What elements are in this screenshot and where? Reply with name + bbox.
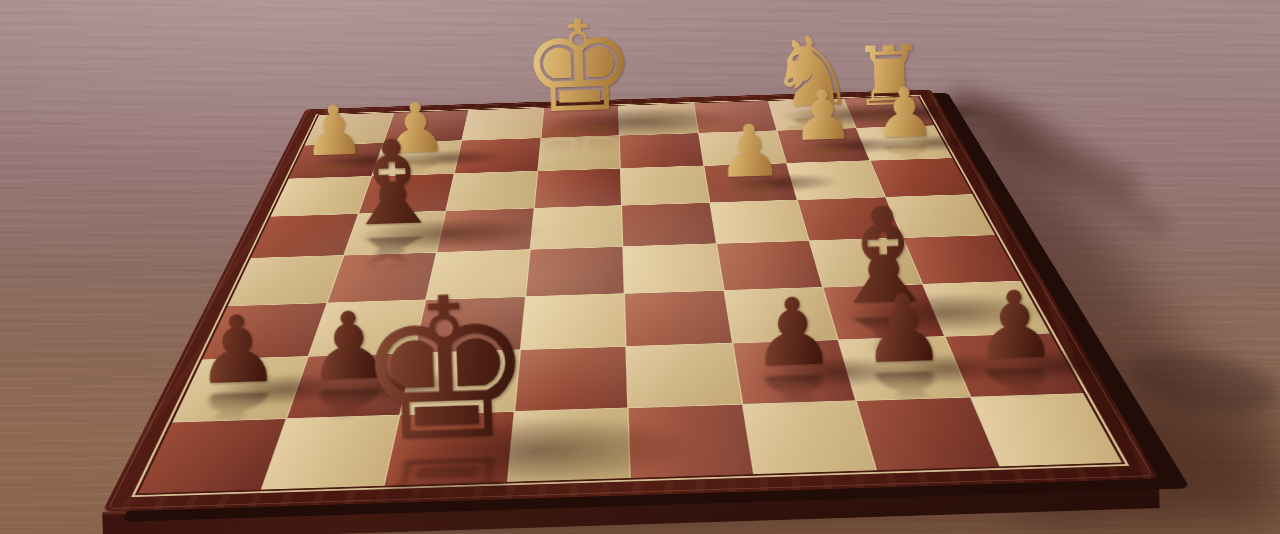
- square-d1[interactable]: [619, 103, 698, 135]
- square-g1[interactable]: [383, 110, 468, 142]
- square-b1[interactable]: [769, 99, 855, 131]
- square-e3[interactable]: [534, 169, 621, 208]
- black-pawn-icon: ♟: [970, 278, 1059, 374]
- square-h3[interactable]: [271, 176, 371, 216]
- scene-rotation-wrapper: ♚♚♞♞♜♜♟♟♟♟♟♟♟♟♟♟♚♚♝♝♝♝♟♟♟♟♟♟♟♟♟♟: [0, 0, 1280, 534]
- square-e2[interactable]: [538, 135, 620, 170]
- square-g2[interactable]: [372, 140, 462, 176]
- square-d5[interactable]: [623, 244, 723, 293]
- square-e4[interactable]: [530, 205, 622, 249]
- square-g4[interactable]: [344, 211, 445, 255]
- square-c4[interactable]: [710, 200, 809, 243]
- square-e5[interactable]: [526, 247, 624, 296]
- square-b2[interactable]: [777, 128, 869, 163]
- square-c3[interactable]: [704, 163, 797, 202]
- square-h2[interactable]: [289, 143, 383, 179]
- square-e1[interactable]: [541, 106, 619, 138]
- chess-board: ♚♚♞♞♜♜♟♟♟♟♟♟♟♟♟♟♚♚♝♝♝♝♟♟♟♟♟♟♟♟♟♟: [102, 90, 1159, 512]
- square-h1[interactable]: [305, 113, 393, 145]
- square-g3[interactable]: [359, 174, 454, 213]
- square-d6[interactable]: [625, 290, 732, 346]
- black-pawn-icon: ♟: [193, 302, 282, 398]
- square-d2[interactable]: [620, 133, 703, 168]
- square-d7[interactable]: [627, 343, 742, 407]
- black-king-icon: ♚: [353, 269, 539, 469]
- square-f2[interactable]: [455, 138, 540, 173]
- black-pawn-icon: ♟: [859, 282, 948, 378]
- perspective-wrapper: ♚♚♞♞♜♜♟♟♟♟♟♟♟♟♟♟♚♚♝♝♝♝♟♟♟♟♟♟♟♟♟♟: [218, 0, 1027, 534]
- square-f3[interactable]: [446, 171, 536, 210]
- square-c8[interactable]: [743, 401, 876, 474]
- square-c2[interactable]: [699, 131, 786, 166]
- square-c1[interactable]: [694, 101, 777, 133]
- square-f4[interactable]: [437, 208, 533, 252]
- square-a1[interactable]: [844, 96, 934, 127]
- chess-scene: ♚♚♞♞♜♜♟♟♟♟♟♟♟♟♟♟♚♚♝♝♝♝♟♟♟♟♟♟♟♟♟♟: [0, 0, 1280, 534]
- square-b8[interactable]: [857, 397, 999, 470]
- square-f1[interactable]: [462, 108, 543, 140]
- square-d4[interactable]: [622, 203, 715, 247]
- square-d3[interactable]: [621, 166, 709, 205]
- black-pawn-icon: ♟: [748, 285, 837, 381]
